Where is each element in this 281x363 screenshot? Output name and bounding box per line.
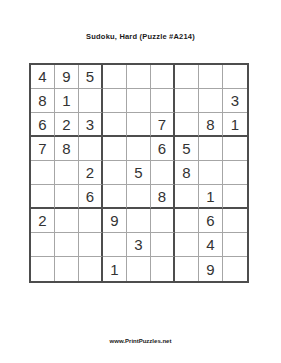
cell-r4c3[interactable]	[79, 137, 103, 161]
cell-r8c1[interactable]	[31, 233, 55, 257]
cell-r6c7[interactable]	[175, 185, 199, 209]
cell-r7c7[interactable]	[175, 209, 199, 233]
cell-r4c9[interactable]	[223, 137, 247, 161]
cell-r6c9[interactable]	[223, 185, 247, 209]
cell-r6c5[interactable]	[127, 185, 151, 209]
cell-r6c2[interactable]	[55, 185, 79, 209]
cell-r2c3[interactable]	[79, 89, 103, 113]
cell-r5c8[interactable]	[199, 161, 223, 185]
cell-r7c5[interactable]	[127, 209, 151, 233]
cell-r2c6[interactable]	[151, 89, 175, 113]
cell-r5c5[interactable]: 5	[127, 161, 151, 185]
cell-r5c9[interactable]	[223, 161, 247, 185]
cell-r5c3[interactable]: 2	[79, 161, 103, 185]
cell-r4c7[interactable]: 5	[175, 137, 199, 161]
cell-r6c4[interactable]	[103, 185, 127, 209]
cell-r2c8[interactable]	[199, 89, 223, 113]
cell-r7c8[interactable]: 6	[199, 209, 223, 233]
cell-r6c1[interactable]	[31, 185, 55, 209]
cell-r4c8[interactable]	[199, 137, 223, 161]
cell-r9c7[interactable]	[175, 257, 199, 281]
cell-r9c9[interactable]	[223, 257, 247, 281]
cell-r5c1[interactable]	[31, 161, 55, 185]
cell-r4c4[interactable]	[103, 137, 127, 161]
cell-r2c4[interactable]	[103, 89, 127, 113]
cell-r2c9[interactable]: 3	[223, 89, 247, 113]
cell-r1c2[interactable]: 9	[55, 65, 79, 89]
cell-r5c4[interactable]	[103, 161, 127, 185]
cell-r9c8[interactable]: 9	[199, 257, 223, 281]
cell-r8c6[interactable]	[151, 233, 175, 257]
puzzle-title: Sudoku, Hard (Puzzle #A214)	[0, 32, 281, 41]
cell-r1c5[interactable]	[127, 65, 151, 89]
cell-r8c3[interactable]	[79, 233, 103, 257]
cell-r3c1[interactable]: 6	[31, 113, 55, 137]
cell-r2c7[interactable]	[175, 89, 199, 113]
cell-r9c3[interactable]	[79, 257, 103, 281]
cell-r7c9[interactable]	[223, 209, 247, 233]
cell-r8c5[interactable]: 3	[127, 233, 151, 257]
cell-r8c9[interactable]	[223, 233, 247, 257]
cell-r3c7[interactable]	[175, 113, 199, 137]
cell-r3c3[interactable]: 3	[79, 113, 103, 137]
cell-r9c6[interactable]	[151, 257, 175, 281]
cell-r8c8[interactable]: 4	[199, 233, 223, 257]
cell-r7c4[interactable]: 9	[103, 209, 127, 233]
cell-r3c4[interactable]	[103, 113, 127, 137]
cell-r9c4[interactable]: 1	[103, 257, 127, 281]
cell-r8c2[interactable]	[55, 233, 79, 257]
cell-r1c9[interactable]	[223, 65, 247, 89]
site-credit: www.PrintPuzzles.net	[0, 338, 281, 344]
cell-r3c6[interactable]: 7	[151, 113, 175, 137]
cell-r1c7[interactable]	[175, 65, 199, 89]
cell-r2c1[interactable]: 8	[31, 89, 55, 113]
cell-r2c2[interactable]: 1	[55, 89, 79, 113]
cell-r4c5[interactable]	[127, 137, 151, 161]
cell-r7c2[interactable]	[55, 209, 79, 233]
cell-r9c5[interactable]	[127, 257, 151, 281]
cell-r8c7[interactable]	[175, 233, 199, 257]
cell-r6c6[interactable]: 8	[151, 185, 175, 209]
cell-r5c2[interactable]	[55, 161, 79, 185]
cell-r3c9[interactable]: 1	[223, 113, 247, 137]
cell-r6c3[interactable]: 6	[79, 185, 103, 209]
cell-r8c4[interactable]	[103, 233, 127, 257]
sudoku-board: 49581362378178652586812963419	[29, 63, 249, 283]
cell-r5c6[interactable]	[151, 161, 175, 185]
cell-r1c3[interactable]: 5	[79, 65, 103, 89]
cell-r1c8[interactable]	[199, 65, 223, 89]
cell-r1c4[interactable]	[103, 65, 127, 89]
puzzle-page: Sudoku, Hard (Puzzle #A214) 495813623781…	[0, 0, 281, 363]
cell-r9c1[interactable]	[31, 257, 55, 281]
cell-r2c5[interactable]	[127, 89, 151, 113]
cell-r7c3[interactable]	[79, 209, 103, 233]
cell-r1c6[interactable]	[151, 65, 175, 89]
cell-r3c5[interactable]	[127, 113, 151, 137]
cell-r7c1[interactable]: 2	[31, 209, 55, 233]
cell-r7c6[interactable]	[151, 209, 175, 233]
cell-r9c2[interactable]	[55, 257, 79, 281]
cell-r6c8[interactable]: 1	[199, 185, 223, 209]
cell-r4c1[interactable]: 7	[31, 137, 55, 161]
cell-r3c8[interactable]: 8	[199, 113, 223, 137]
cell-r3c2[interactable]: 2	[55, 113, 79, 137]
cell-r4c2[interactable]: 8	[55, 137, 79, 161]
cell-r1c1[interactable]: 4	[31, 65, 55, 89]
cell-r5c7[interactable]: 8	[175, 161, 199, 185]
cell-r4c6[interactable]: 6	[151, 137, 175, 161]
